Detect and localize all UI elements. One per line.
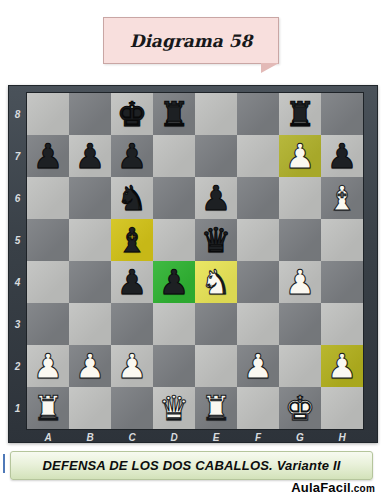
square-f1 xyxy=(237,387,279,429)
square-a8 xyxy=(27,93,69,135)
square-b6 xyxy=(69,177,111,219)
square-e3 xyxy=(195,303,237,345)
black-bishop-c5: ♝ xyxy=(111,219,153,261)
rank-labels: 87654321 xyxy=(8,93,27,429)
white-pawn-h2: ♟ xyxy=(321,345,363,387)
square-e4: ♞ xyxy=(195,261,237,303)
square-b1 xyxy=(69,387,111,429)
square-g6 xyxy=(279,177,321,219)
white-pawn-a2: ♟ xyxy=(27,345,69,387)
file-label-c: C xyxy=(111,431,153,443)
file-label-a: A xyxy=(27,431,69,443)
square-h8 xyxy=(321,93,363,135)
file-labels: ABCDEFGH xyxy=(27,431,363,443)
square-g4: ♟ xyxy=(279,261,321,303)
square-c3 xyxy=(111,303,153,345)
square-f8 xyxy=(237,93,279,135)
square-c7: ♟ xyxy=(111,135,153,177)
square-e7 xyxy=(195,135,237,177)
rank-label-6: 6 xyxy=(8,177,27,219)
square-g2 xyxy=(279,345,321,387)
rank-label-2: 2 xyxy=(8,345,27,387)
square-b3 xyxy=(69,303,111,345)
black-pawn-h7: ♟ xyxy=(321,135,363,177)
square-h7: ♟ xyxy=(321,135,363,177)
square-d5 xyxy=(153,219,195,261)
square-a6 xyxy=(27,177,69,219)
square-b8 xyxy=(69,93,111,135)
black-rook-d8: ♜ xyxy=(153,93,195,135)
square-d7 xyxy=(153,135,195,177)
black-pawn-c4: ♟ xyxy=(111,261,153,303)
diagram-note: Diagrama 58 xyxy=(103,17,279,64)
rank-label-4: 4 xyxy=(8,261,27,303)
square-g5 xyxy=(279,219,321,261)
note-fold-corner xyxy=(261,63,279,73)
caption-bar: DEFENSA DE LOS DOS CABALLOS. Variante II xyxy=(10,451,373,480)
square-b2: ♟ xyxy=(69,345,111,387)
rank-label-3: 3 xyxy=(8,303,27,345)
square-f5 xyxy=(237,219,279,261)
file-label-e: E xyxy=(195,431,237,443)
square-a3 xyxy=(27,303,69,345)
file-label-b: B xyxy=(69,431,111,443)
chess-board: 87654321 ♚♜♜♟♟♟♟♟♞♟♝♝♛♟♟♞♟♟♟♟♟♟♜♛♜♚ ABCD… xyxy=(8,85,378,443)
brand-watermark: AulaFacil.com xyxy=(291,480,375,495)
square-e6: ♟ xyxy=(195,177,237,219)
square-h1 xyxy=(321,387,363,429)
black-pawn-e6: ♟ xyxy=(195,177,237,219)
white-queen-d1: ♛ xyxy=(153,387,195,429)
rank-label-1: 1 xyxy=(8,387,27,429)
black-pawn-c7: ♟ xyxy=(111,135,153,177)
square-d2 xyxy=(153,345,195,387)
white-pawn-b2: ♟ xyxy=(69,345,111,387)
square-g8: ♜ xyxy=(279,93,321,135)
cursor-tick xyxy=(3,454,5,473)
white-pawn-g4: ♟ xyxy=(279,261,321,303)
square-c8: ♚ xyxy=(111,93,153,135)
square-h5 xyxy=(321,219,363,261)
board-grid: ♚♜♜♟♟♟♟♟♞♟♝♝♛♟♟♞♟♟♟♟♟♟♜♛♜♚ xyxy=(27,93,363,429)
black-rook-g8: ♜ xyxy=(279,93,321,135)
black-king-c8: ♚ xyxy=(111,93,153,135)
square-d4: ♟ xyxy=(153,261,195,303)
white-pawn-g7: ♟ xyxy=(279,135,321,177)
square-e5: ♛ xyxy=(195,219,237,261)
square-e8 xyxy=(195,93,237,135)
rank-label-8: 8 xyxy=(8,93,27,135)
square-h3 xyxy=(321,303,363,345)
square-d8: ♜ xyxy=(153,93,195,135)
black-pawn-d4: ♟ xyxy=(153,261,195,303)
square-h4 xyxy=(321,261,363,303)
black-pawn-a7: ♟ xyxy=(27,135,69,177)
square-a7: ♟ xyxy=(27,135,69,177)
black-queen-e5: ♛ xyxy=(195,219,237,261)
black-knight-c6: ♞ xyxy=(111,177,153,219)
white-rook-a1: ♜ xyxy=(27,387,69,429)
square-c2: ♟ xyxy=(111,345,153,387)
square-h2: ♟ xyxy=(321,345,363,387)
square-a4 xyxy=(27,261,69,303)
white-king-g1: ♚ xyxy=(279,387,321,429)
square-c5: ♝ xyxy=(111,219,153,261)
square-f6 xyxy=(237,177,279,219)
square-b7: ♟ xyxy=(69,135,111,177)
square-c4: ♟ xyxy=(111,261,153,303)
square-g1: ♚ xyxy=(279,387,321,429)
square-a5 xyxy=(27,219,69,261)
square-d1: ♛ xyxy=(153,387,195,429)
white-bishop-h6: ♝ xyxy=(321,177,363,219)
white-knight-e4: ♞ xyxy=(195,261,237,303)
square-b4 xyxy=(69,261,111,303)
square-g3 xyxy=(279,303,321,345)
file-label-f: F xyxy=(237,431,279,443)
brand-name: AulaFacil xyxy=(291,480,351,495)
file-label-d: D xyxy=(153,431,195,443)
square-e1: ♜ xyxy=(195,387,237,429)
square-f3 xyxy=(237,303,279,345)
square-c6: ♞ xyxy=(111,177,153,219)
square-b5 xyxy=(69,219,111,261)
white-rook-e1: ♜ xyxy=(195,387,237,429)
square-f4 xyxy=(237,261,279,303)
square-a1: ♜ xyxy=(27,387,69,429)
file-label-h: H xyxy=(321,431,363,443)
square-c1 xyxy=(111,387,153,429)
rank-label-5: 5 xyxy=(8,219,27,261)
brand-suffix: .com xyxy=(351,483,375,494)
rank-label-7: 7 xyxy=(8,135,27,177)
square-d6 xyxy=(153,177,195,219)
square-a2: ♟ xyxy=(27,345,69,387)
white-pawn-c2: ♟ xyxy=(111,345,153,387)
diagram-title: Diagrama 58 xyxy=(130,31,253,51)
black-pawn-b7: ♟ xyxy=(69,135,111,177)
caption-text: DEFENSA DE LOS DOS CABALLOS. Variante II xyxy=(42,458,340,473)
square-f7 xyxy=(237,135,279,177)
square-e2 xyxy=(195,345,237,387)
square-d3 xyxy=(153,303,195,345)
white-pawn-f2: ♟ xyxy=(237,345,279,387)
square-f2: ♟ xyxy=(237,345,279,387)
square-g7: ♟ xyxy=(279,135,321,177)
square-h6: ♝ xyxy=(321,177,363,219)
file-label-g: G xyxy=(279,431,321,443)
